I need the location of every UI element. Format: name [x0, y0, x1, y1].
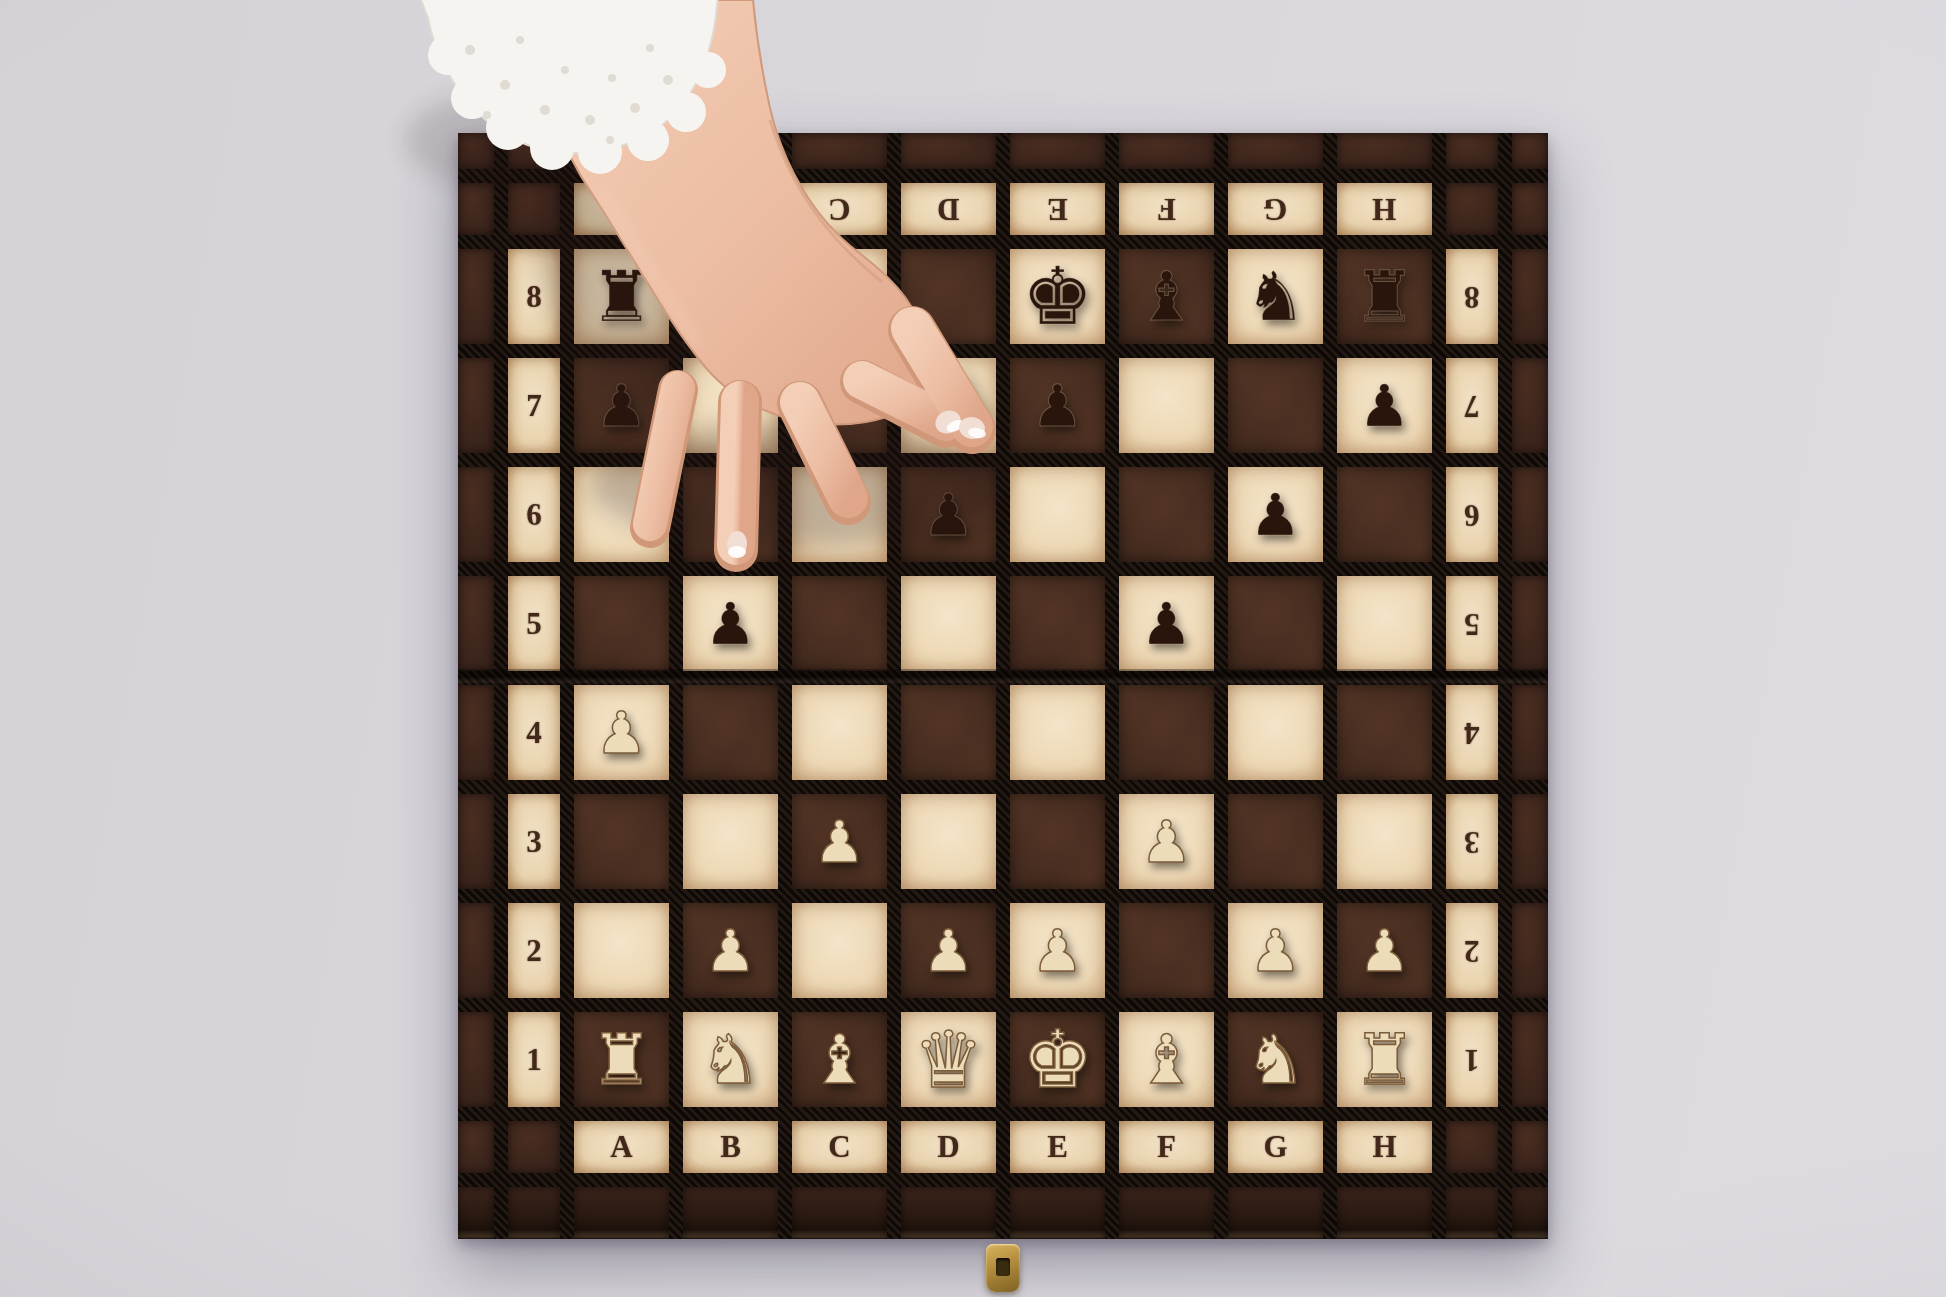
frame-segment [1010, 1187, 1105, 1239]
square-d4[interactable] [901, 685, 996, 780]
frame-segment [508, 183, 560, 235]
frame-segment [1512, 467, 1548, 562]
piece-black-pawn[interactable]: ♟ [1250, 486, 1302, 544]
file-label-top-b: B [683, 183, 778, 235]
rank-label-text: 3 [526, 824, 542, 860]
square-b4[interactable] [683, 685, 778, 780]
file-label-bottom-a: A [574, 1121, 669, 1173]
piece-white-pawn[interactable]: ♟ [1141, 813, 1193, 871]
frame-segment [574, 133, 669, 169]
frame-segment [1512, 133, 1548, 169]
square-h8[interactable]: ♜ [1337, 249, 1432, 344]
frame-segment [1337, 1187, 1432, 1239]
square-f5[interactable]: ♟ [1119, 576, 1214, 671]
file-label-text: D [937, 1129, 959, 1165]
rank-label-right-8: 8 [1446, 249, 1498, 344]
piece-black-pawn[interactable]: ♟ [596, 377, 648, 435]
square-c4[interactable] [792, 685, 887, 780]
piece-white-pawn[interactable]: ♟ [705, 922, 757, 980]
frame-segment [683, 1187, 778, 1239]
square-c7[interactable] [792, 358, 887, 453]
rank-label-text: 8 [526, 279, 542, 315]
square-a4[interactable]: ♟ [574, 685, 669, 780]
piece-white-bishop[interactable]: ♝ [809, 1026, 870, 1094]
frame-segment [901, 133, 996, 169]
rank-label-text: 4 [526, 715, 542, 751]
square-e8[interactable]: ♚ [1010, 249, 1105, 344]
file-label-text: H [1372, 191, 1396, 227]
frame-segment [1512, 685, 1548, 780]
square-b3[interactable] [683, 794, 778, 889]
rank-label-text: 1 [1464, 1042, 1480, 1078]
frame-segment [683, 133, 778, 169]
square-c2[interactable] [792, 903, 887, 998]
piece-black-rook[interactable]: ♜ [590, 262, 653, 332]
square-e3[interactable] [1010, 794, 1105, 889]
rank-label-text: 7 [1464, 388, 1480, 424]
square-a8[interactable]: ♜ [574, 249, 669, 344]
frame-segment [901, 1187, 996, 1239]
piece-black-king[interactable]: ♚ [1022, 257, 1094, 337]
brass-clasp [986, 1244, 1020, 1292]
square-f1[interactable]: ♝ [1119, 1012, 1214, 1107]
file-label-top-a: A [574, 183, 669, 235]
file-label-bottom-e: E [1010, 1121, 1105, 1173]
square-b5[interactable]: ♟ [683, 576, 778, 671]
frame-segment [1119, 1187, 1214, 1239]
square-h2[interactable]: ♟ [1337, 903, 1432, 998]
square-d2[interactable]: ♟ [901, 903, 996, 998]
square-a3[interactable] [574, 794, 669, 889]
square-c1[interactable]: ♝ [792, 1012, 887, 1107]
square-f2[interactable] [1119, 903, 1214, 998]
rank-label-left-8: 8 [508, 249, 560, 344]
frame-segment [458, 1012, 494, 1107]
file-label-bottom-c: C [792, 1121, 887, 1173]
rank-label-text: 2 [1464, 933, 1480, 969]
piece-black-pawn[interactable]: ♟ [1141, 595, 1193, 653]
frame-segment [458, 1187, 494, 1239]
frame-segment [1512, 794, 1548, 889]
square-c5[interactable] [792, 576, 887, 671]
square-g8[interactable]: ♞ [1228, 249, 1323, 344]
rank-label-text: 6 [526, 497, 542, 533]
square-a2[interactable] [574, 903, 669, 998]
piece-white-queen[interactable]: ♛ [914, 1021, 984, 1099]
frame-segment [1512, 358, 1548, 453]
square-f8[interactable]: ♝ [1119, 249, 1214, 344]
frame-segment [458, 467, 494, 562]
frame-segment [1512, 249, 1548, 344]
square-h3[interactable] [1337, 794, 1432, 889]
square-c6[interactable] [792, 467, 887, 562]
square-c3[interactable]: ♟ [792, 794, 887, 889]
square-a1[interactable]: ♜ [574, 1012, 669, 1107]
square-g2[interactable]: ♟ [1228, 903, 1323, 998]
square-g1[interactable]: ♞ [1228, 1012, 1323, 1107]
frame-segment [458, 794, 494, 889]
square-a6[interactable] [574, 467, 669, 562]
file-label-text: A [610, 191, 632, 227]
file-label-top-h: H [1337, 183, 1432, 235]
frame-segment [1512, 183, 1548, 235]
file-label-text: B [720, 1129, 741, 1165]
square-e1[interactable]: ♚ [1010, 1012, 1105, 1107]
frame-segment [1228, 133, 1323, 169]
frame-segment [1512, 1121, 1548, 1173]
clasp-keyhole [996, 1258, 1010, 1276]
file-label-top-g: G [1228, 183, 1323, 235]
rank-label-text: 5 [1464, 606, 1480, 642]
square-e7[interactable]: ♟ [1010, 358, 1105, 453]
square-h7[interactable]: ♟ [1337, 358, 1432, 453]
square-b1[interactable]: ♞ [683, 1012, 778, 1107]
frame-segment [458, 358, 494, 453]
square-d5[interactable] [901, 576, 996, 671]
frame-segment [458, 249, 494, 344]
rank-label-left-7: 7 [508, 358, 560, 453]
square-h5[interactable] [1337, 576, 1432, 671]
piece-white-rook[interactable]: ♜ [590, 1025, 653, 1095]
square-e2[interactable]: ♟ [1010, 903, 1105, 998]
file-label-text: D [937, 191, 959, 227]
frame-segment [508, 133, 560, 169]
frame-segment [792, 1187, 887, 1239]
frame-segment [1337, 133, 1432, 169]
file-label-text: C [828, 191, 850, 227]
piece-white-rook[interactable]: ♜ [1353, 1025, 1416, 1095]
square-g4[interactable] [1228, 685, 1323, 780]
file-label-text: A [610, 1129, 632, 1165]
piece-black-rook[interactable]: ♜ [1353, 262, 1416, 332]
square-h6[interactable] [1337, 467, 1432, 562]
file-label-bottom-d: D [901, 1121, 996, 1173]
file-label-text: F [1157, 1129, 1176, 1165]
square-e5[interactable] [1010, 576, 1105, 671]
frame-segment [1512, 1187, 1548, 1239]
square-e6[interactable] [1010, 467, 1105, 562]
frame-segment [1446, 133, 1498, 169]
frame-segment [1228, 1187, 1323, 1239]
rank-label-right-2: 2 [1446, 903, 1498, 998]
rank-label-text: 4 [1464, 715, 1480, 751]
square-h4[interactable] [1337, 685, 1432, 780]
piece-black-pawn-held[interactable]: ♟ [921, 353, 991, 429]
piece-white-pawn[interactable]: ♟ [1250, 922, 1302, 980]
frame-segment [1512, 1012, 1548, 1107]
square-f4[interactable] [1119, 685, 1214, 780]
rank-label-text: 7 [526, 388, 542, 424]
frame-segment [508, 1121, 560, 1173]
piece-white-pawn[interactable]: ♟ [1359, 922, 1411, 980]
frame-segment [1512, 576, 1548, 671]
square-d7[interactable]: ♟ [901, 358, 996, 453]
chess-board: ABCDEFGH8♜♚♝♞♜87♟♟♟♟76♟♟65♟♟54♟43♟♟32♟♟♟… [458, 133, 1548, 1239]
rank-label-right-7: 7 [1446, 358, 1498, 453]
rank-label-text: 6 [1464, 497, 1480, 533]
square-f7[interactable] [1119, 358, 1214, 453]
rank-label-left-4: 4 [508, 685, 560, 780]
square-b2[interactable]: ♟ [683, 903, 778, 998]
frame-segment [574, 1187, 669, 1239]
rank-label-text: 3 [1464, 824, 1480, 860]
square-d3[interactable] [901, 794, 996, 889]
piece-black-pawn[interactable]: ♟ [1359, 377, 1411, 435]
piece-white-bishop[interactable]: ♝ [1136, 1026, 1197, 1094]
rank-label-left-2: 2 [508, 903, 560, 998]
rank-label-right-3: 3 [1446, 794, 1498, 889]
piece-white-pawn[interactable]: ♟ [814, 813, 866, 871]
rank-label-right-5: 5 [1446, 576, 1498, 671]
stage: ABCDEFGH8♜♚♝♞♜87♟♟♟♟76♟♟65♟♟54♟43♟♟32♟♟♟… [0, 0, 1946, 1297]
square-f3[interactable]: ♟ [1119, 794, 1214, 889]
frame-segment [1010, 133, 1105, 169]
frame-segment [1446, 1121, 1498, 1173]
rank-label-right-4: 4 [1446, 685, 1498, 780]
rank-label-right-6: 6 [1446, 467, 1498, 562]
frame-segment [1446, 1187, 1498, 1239]
frame-segment [458, 576, 494, 671]
square-d6[interactable]: ♟ [901, 467, 996, 562]
frame-segment [458, 1121, 494, 1173]
piece-black-pawn[interactable]: ♟ [923, 486, 975, 544]
square-d1[interactable]: ♛ [901, 1012, 996, 1107]
rank-label-text: 1 [526, 1042, 542, 1078]
square-b7[interactable] [683, 358, 778, 453]
piece-white-pawn[interactable]: ♟ [596, 704, 648, 762]
frame-segment [458, 183, 494, 235]
file-label-bottom-f: F [1119, 1121, 1214, 1173]
square-b8[interactable] [683, 249, 778, 344]
file-label-text: B [720, 191, 741, 227]
square-h1[interactable]: ♜ [1337, 1012, 1432, 1107]
square-f6[interactable] [1119, 467, 1214, 562]
piece-white-king[interactable]: ♚ [1022, 1020, 1094, 1100]
file-label-top-e: E [1010, 183, 1105, 235]
frame-segment [458, 685, 494, 780]
file-label-bottom-g: G [1228, 1121, 1323, 1173]
frame-segment [1512, 903, 1548, 998]
frame-segment [792, 133, 887, 169]
piece-white-pawn[interactable]: ♟ [923, 922, 975, 980]
file-label-text: E [1047, 191, 1068, 227]
frame-segment [1446, 183, 1498, 235]
file-label-text: H [1372, 1129, 1396, 1165]
square-g3[interactable] [1228, 794, 1323, 889]
rank-label-right-1: 1 [1446, 1012, 1498, 1107]
square-g7[interactable] [1228, 358, 1323, 453]
rank-label-text: 5 [526, 606, 542, 642]
rank-label-left-1: 1 [508, 1012, 560, 1107]
file-label-bottom-h: H [1337, 1121, 1432, 1173]
rank-label-left-5: 5 [508, 576, 560, 671]
piece-white-knight[interactable]: ♞ [700, 1026, 761, 1094]
piece-black-pawn[interactable]: ♟ [705, 595, 757, 653]
file-label-text: G [1263, 1129, 1287, 1165]
file-label-top-f: F [1119, 183, 1214, 235]
frame-segment [508, 1187, 560, 1239]
piece-black-pawn[interactable]: ♟ [1032, 377, 1084, 435]
square-c8[interactable] [792, 249, 887, 344]
frame-segment [458, 903, 494, 998]
square-b6[interactable] [683, 467, 778, 562]
piece-white-pawn[interactable]: ♟ [1032, 922, 1084, 980]
file-label-bottom-b: B [683, 1121, 778, 1173]
square-e4[interactable] [1010, 685, 1105, 780]
file-label-top-d: D [901, 183, 996, 235]
piece-black-knight[interactable]: ♞ [1245, 263, 1306, 331]
file-label-text: G [1263, 191, 1287, 227]
frame-segment [1119, 133, 1214, 169]
file-label-top-c: C [792, 183, 887, 235]
square-a7[interactable]: ♟ [574, 358, 669, 453]
rank-label-text: 8 [1464, 279, 1480, 315]
square-g6[interactable]: ♟ [1228, 467, 1323, 562]
file-label-text: F [1157, 191, 1176, 227]
file-label-text: C [828, 1129, 850, 1165]
piece-black-bishop[interactable]: ♝ [1136, 263, 1197, 331]
square-g5[interactable] [1228, 576, 1323, 671]
rank-label-left-3: 3 [508, 794, 560, 889]
frame-segment [458, 133, 494, 169]
file-label-text: E [1047, 1129, 1068, 1165]
square-a5[interactable] [574, 576, 669, 671]
square-d8[interactable] [901, 249, 996, 344]
piece-white-knight[interactable]: ♞ [1245, 1026, 1306, 1094]
rank-label-text: 2 [526, 933, 542, 969]
rank-label-left-6: 6 [508, 467, 560, 562]
